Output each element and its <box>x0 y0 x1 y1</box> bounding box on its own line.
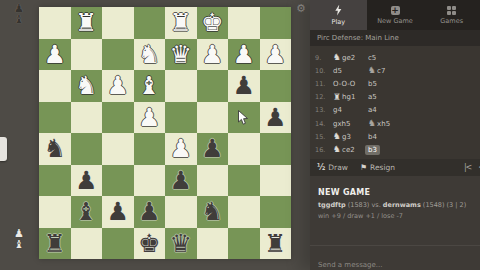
square-e7[interactable]: ♟ <box>134 196 166 228</box>
square-e5[interactable] <box>134 133 166 165</box>
square-e2[interactable]: ♞ <box>134 39 166 71</box>
tab-new-game[interactable]: + New Game <box>367 0 424 30</box>
square-h8[interactable]: ♜ <box>39 228 71 260</box>
white-move[interactable]: gxh5 <box>330 119 365 129</box>
square-e8[interactable]: ♚ <box>134 228 166 260</box>
square-b2[interactable]: ♟ <box>228 39 260 71</box>
square-d8[interactable]: ♛ <box>165 228 197 260</box>
square-f5[interactable] <box>102 133 134 165</box>
resign-button-label: Resign <box>370 163 395 172</box>
square-b7[interactable] <box>228 196 260 228</box>
piece-icon: ♞ <box>333 145 341 154</box>
piece-icon: ♞ <box>333 132 341 141</box>
piece-bQ-d8[interactable]: ♛ <box>170 231 192 256</box>
square-h1[interactable] <box>39 7 71 39</box>
piece-bN-h5[interactable]: ♞ <box>44 136 66 161</box>
square-a4[interactable]: ♟ <box>260 102 292 134</box>
tab-play[interactable]: Play <box>310 0 367 30</box>
chess-board: ♜♜♚♟♞♛♟♟♟♞♟♝♟♟♟♞♟♟♟♟♝♟♟♞♜♚♛♜ <box>39 7 291 259</box>
square-g4[interactable] <box>71 102 103 134</box>
piece-bP-d6[interactable]: ♟ <box>170 168 192 193</box>
move-number: 16. <box>310 146 330 154</box>
move-row: 9.♞ge2c5 <box>310 51 480 64</box>
move-row: 16.♞ce2b3 <box>310 143 480 156</box>
piece-wP-e4[interactable]: ♟ <box>138 105 160 130</box>
new-game-heading: NEW GAME <box>318 188 472 197</box>
mouse-cursor <box>237 110 249 126</box>
black-move[interactable]: a5 <box>365 92 480 102</box>
piece-wN-e2[interactable]: ♞ <box>138 42 160 67</box>
black-player-rating: (1548) <box>423 201 445 209</box>
black-move[interactable]: ♞c7 <box>365 65 480 76</box>
square-f8[interactable] <box>102 228 134 260</box>
grid-icon <box>447 6 456 15</box>
captured-by-black-tray: ♟♝ <box>11 228 27 250</box>
piece-icon: ♜ <box>333 93 341 102</box>
move-row: 10.d5♞c7 <box>310 64 480 77</box>
square-g6[interactable]: ♟ <box>71 165 103 197</box>
piece-bP-e7[interactable]: ♟ <box>138 199 160 224</box>
square-c1[interactable]: ♚ <box>197 7 229 39</box>
game-actions-bar: ½ Draw ⚑ Resign |< < <box>310 159 480 176</box>
captured-by-white-tray: ♟♝ <box>11 3 27 25</box>
draw-button-label: Draw <box>328 163 348 172</box>
square-d1[interactable]: ♜ <box>165 7 197 39</box>
square-g7[interactable]: ♝ <box>71 196 103 228</box>
square-d7[interactable] <box>165 196 197 228</box>
square-e1[interactable] <box>134 7 166 39</box>
tab-play-label: Play <box>332 18 346 26</box>
piece-bP-f7[interactable]: ♟ <box>107 199 129 224</box>
black-move[interactable]: a4 <box>365 105 480 115</box>
time-control: (3 | 2) <box>447 201 467 209</box>
square-c6[interactable] <box>197 165 229 197</box>
draw-button[interactable]: ½ Draw <box>317 163 348 172</box>
piece-wK-c1[interactable]: ♚ <box>201 10 223 35</box>
go-to-start-button[interactable]: |< <box>464 163 471 172</box>
piece-bR-h8[interactable]: ♜ <box>44 231 66 256</box>
plus-square-icon: + <box>391 6 400 15</box>
piece-icon: ♞ <box>368 66 376 75</box>
square-f1[interactable] <box>102 7 134 39</box>
tab-games[interactable]: Games <box>423 0 480 30</box>
lightning-icon <box>334 5 342 16</box>
square-f3[interactable]: ♟ <box>102 70 134 102</box>
white-move[interactable]: ♜hg1 <box>330 92 365 103</box>
square-h4[interactable] <box>39 102 71 134</box>
square-f2[interactable] <box>102 39 134 71</box>
piece-icon: ♞ <box>368 119 376 128</box>
captured-piece-wB: ♝ <box>14 239 24 250</box>
piece-icon: ♞ <box>333 53 341 62</box>
white-move[interactable]: ♞ge2 <box>330 52 365 63</box>
tab-bar: Play + New Game Games <box>310 0 480 30</box>
app-window: ♜♜♚♟♞♛♟♟♟♞♟♝♟♟♟♞♟♟♟♟♝♟♟♞♜♚♛♜ ♟♝ ♟♝ ⚙ Pla… <box>0 0 480 270</box>
piece-wR-g1[interactable]: ♜ <box>75 10 97 35</box>
white-player-name: tggdftp <box>318 201 346 209</box>
square-b8[interactable] <box>228 228 260 260</box>
square-c4[interactable] <box>197 102 229 134</box>
piece-bN-c7[interactable]: ♞ <box>201 199 223 224</box>
square-d6[interactable]: ♟ <box>165 165 197 197</box>
square-c3[interactable] <box>197 70 229 102</box>
move-list: 9.♞ge2c510.d5♞c711.O-O-Ob512.♜hg1a513.g4… <box>310 46 480 159</box>
square-e4[interactable]: ♟ <box>134 102 166 134</box>
move-navigation: |< < <box>464 163 480 172</box>
piece-wP-d5[interactable]: ♟ <box>170 136 192 161</box>
black-move[interactable]: c5 <box>365 53 480 63</box>
move-number: 13. <box>310 106 330 114</box>
square-c8[interactable] <box>197 228 229 260</box>
square-f7[interactable]: ♟ <box>102 196 134 228</box>
black-move[interactable]: b4 <box>365 132 480 142</box>
piece-bR-a8[interactable]: ♜ <box>264 231 286 256</box>
square-a2[interactable]: ♟ <box>260 39 292 71</box>
square-c7[interactable]: ♞ <box>197 196 229 228</box>
square-e6[interactable] <box>134 165 166 197</box>
tab-games-label: Games <box>440 17 463 25</box>
square-d2[interactable]: ♛ <box>165 39 197 71</box>
square-e3[interactable]: ♝ <box>134 70 166 102</box>
piece-bB-g7[interactable]: ♝ <box>75 199 97 224</box>
gear-icon[interactable]: ⚙ <box>296 2 306 16</box>
square-d3[interactable] <box>165 70 197 102</box>
move-number: 14. <box>310 120 330 128</box>
tab-new-game-label: New Game <box>377 17 413 25</box>
square-h6[interactable] <box>39 165 71 197</box>
move-row: 14.gxh5♞xh5 <box>310 117 480 130</box>
square-a3[interactable] <box>260 70 292 102</box>
move-row: 12.♜hg1a5 <box>310 91 480 104</box>
white-move[interactable]: d5 <box>330 66 365 76</box>
white-move[interactable]: O-O-O <box>330 79 365 89</box>
piece-wR-d1[interactable]: ♜ <box>170 10 192 35</box>
square-c5[interactable]: ♟ <box>197 133 229 165</box>
square-f4[interactable] <box>102 102 134 134</box>
square-a8[interactable]: ♜ <box>260 228 292 260</box>
captured-piece-bB: ♝ <box>14 14 24 25</box>
move-row: 15.♞g3b4 <box>310 130 480 143</box>
move-row: 11.O-O-Ob5 <box>310 77 480 90</box>
square-b3[interactable]: ♟ <box>228 70 260 102</box>
move-number: 11. <box>310 80 330 88</box>
flag-icon: ⚑ <box>360 163 367 172</box>
white-move[interactable]: ♞g3 <box>330 131 365 142</box>
square-a6[interactable] <box>260 165 292 197</box>
piece-wP-h2[interactable]: ♟ <box>44 42 66 67</box>
half-point-icon: ½ <box>317 163 325 172</box>
move-number: 10. <box>310 67 330 75</box>
white-move[interactable]: g4 <box>330 105 365 115</box>
square-b6[interactable] <box>228 165 260 197</box>
square-g1[interactable]: ♜ <box>71 7 103 39</box>
square-b5[interactable] <box>228 133 260 165</box>
piece-wP-c2[interactable]: ♟ <box>201 42 223 67</box>
chat-bar <box>310 245 480 270</box>
square-h2[interactable]: ♟ <box>39 39 71 71</box>
challenge-line: tggdftp (1583) vs. dernwams (1548) (3 | … <box>318 201 472 209</box>
piece-wB-e3[interactable]: ♝ <box>138 73 160 98</box>
square-h7[interactable] <box>39 196 71 228</box>
move-row: 13.g4a4 <box>310 104 480 117</box>
sidebar-collapse-handle[interactable] <box>0 137 7 161</box>
chat-input[interactable] <box>318 261 468 269</box>
white-player-rating: (1583) <box>348 201 370 209</box>
square-a1[interactable] <box>260 7 292 39</box>
move-number: 12. <box>310 93 330 101</box>
black-move[interactable]: ♞xh5 <box>365 118 480 129</box>
piece-bK-e8[interactable]: ♚ <box>138 231 160 256</box>
rating-odds: win +9 / draw +1 / lose -7 <box>318 212 472 220</box>
square-h5[interactable]: ♞ <box>39 133 71 165</box>
move-number: 9. <box>310 54 330 62</box>
piece-wN-g3[interactable]: ♞ <box>75 73 97 98</box>
piece-wQ-d2[interactable]: ♛ <box>170 42 192 67</box>
square-a5[interactable] <box>260 133 292 165</box>
square-d4[interactable] <box>165 102 197 134</box>
black-player-name: dernwams <box>383 201 421 209</box>
square-g3[interactable]: ♞ <box>71 70 103 102</box>
square-c2[interactable]: ♟ <box>197 39 229 71</box>
square-f6[interactable] <box>102 165 134 197</box>
vs-label: vs. <box>371 201 380 209</box>
square-g8[interactable] <box>71 228 103 260</box>
opening-name: Pirc Defense: Main Line <box>310 30 480 46</box>
square-h3[interactable] <box>39 70 71 102</box>
square-a7[interactable] <box>260 196 292 228</box>
square-g5[interactable] <box>71 133 103 165</box>
move-number: 15. <box>310 133 330 141</box>
piece-wP-f3[interactable]: ♟ <box>107 73 129 98</box>
square-d5[interactable]: ♟ <box>165 133 197 165</box>
piece-wP-a2[interactable]: ♟ <box>264 42 286 67</box>
piece-bP-g6[interactable]: ♟ <box>75 168 97 193</box>
square-b1[interactable] <box>228 7 260 39</box>
white-move[interactable]: ♞ce2 <box>330 144 365 155</box>
side-panel: Play + New Game Games Pirc Defense: Main… <box>310 0 480 270</box>
piece-wP-b2[interactable]: ♟ <box>233 42 255 67</box>
black-move[interactable]: b3 <box>365 145 480 155</box>
piece-bP-b3[interactable]: ♟ <box>233 73 255 98</box>
piece-bP-a4[interactable]: ♟ <box>264 105 286 130</box>
resign-button[interactable]: ⚑ Resign <box>360 163 395 172</box>
piece-bP-c5[interactable]: ♟ <box>201 136 223 161</box>
black-move[interactable]: b5 <box>365 79 480 89</box>
square-g2[interactable] <box>71 39 103 71</box>
